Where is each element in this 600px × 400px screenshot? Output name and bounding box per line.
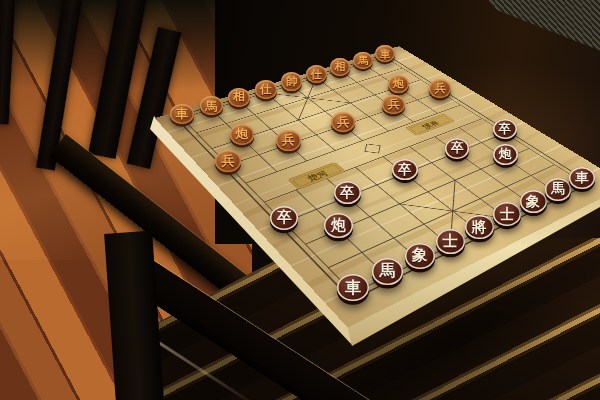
piece-red-elephant[interactable]: 相 xyxy=(330,58,351,76)
piece-black-soldier[interactable]: 卒 xyxy=(334,181,361,204)
piece-red-advisor[interactable]: 仕 xyxy=(306,65,327,83)
piece-black-chariot[interactable]: 車 xyxy=(337,274,369,301)
piece-black-soldier[interactable]: 卒 xyxy=(445,138,470,159)
piece-red-elephant[interactable]: 相 xyxy=(228,88,251,107)
piece-black-elephant[interactable]: 象 xyxy=(520,190,547,213)
piece-red-cannon[interactable]: 炮 xyxy=(230,124,254,145)
piece-red-soldier[interactable]: 兵 xyxy=(429,79,451,97)
piece-black-cannon[interactable]: 炮 xyxy=(493,144,518,165)
piece-red-horse[interactable]: 馬 xyxy=(353,52,374,69)
piece-black-soldier[interactable]: 卒 xyxy=(270,206,298,230)
piece-black-soldier[interactable]: 卒 xyxy=(392,159,418,181)
piece-black-advisor[interactable]: 士 xyxy=(436,229,465,254)
piece-black-general[interactable]: 將 xyxy=(465,215,494,239)
piece-red-soldier[interactable]: 兵 xyxy=(382,95,405,114)
piece-red-soldier[interactable]: 兵 xyxy=(215,150,241,172)
piece-red-horse[interactable]: 馬 xyxy=(200,96,223,116)
piece-black-chariot[interactable]: 車 xyxy=(569,167,595,189)
piece-red-advisor[interactable]: 仕 xyxy=(255,80,277,99)
pieces-layer: 車馬相仕帥仕相馬車炮炮兵兵兵兵兵卒卒卒卒卒炮炮車馬象士將士象馬車 xyxy=(0,0,600,400)
piece-black-horse[interactable]: 馬 xyxy=(545,178,571,201)
piece-black-cannon[interactable]: 炮 xyxy=(324,213,353,237)
piece-red-soldier[interactable]: 兵 xyxy=(331,112,355,132)
piece-black-horse[interactable]: 馬 xyxy=(372,258,403,284)
piece-red-chariot[interactable]: 車 xyxy=(375,45,395,62)
piece-black-advisor[interactable]: 士 xyxy=(493,202,521,226)
piece-red-soldier[interactable]: 兵 xyxy=(276,130,301,151)
piece-black-soldier[interactable]: 卒 xyxy=(493,119,517,139)
piece-red-chariot[interactable]: 車 xyxy=(170,104,194,124)
piece-red-general[interactable]: 帥 xyxy=(281,72,303,90)
piece-red-cannon[interactable]: 炮 xyxy=(388,75,410,93)
piece-black-elephant[interactable]: 象 xyxy=(405,243,435,269)
photo-scene: 楚河 漢界 車馬相仕帥仕相馬車炮炮兵兵兵兵兵卒卒卒卒卒炮炮車馬象士將士象馬車 xyxy=(0,0,600,400)
